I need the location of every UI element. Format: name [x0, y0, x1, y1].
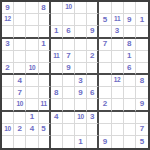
sudoku-cell-empty[interactable]	[124, 99, 136, 111]
sudoku-cell-given[interactable]: 8	[124, 39, 136, 51]
sudoku-cell-given[interactable]: 5	[136, 136, 148, 148]
sudoku-cell-empty[interactable]	[51, 136, 63, 148]
sudoku-cell-empty[interactable]	[63, 124, 75, 136]
sudoku-cell-empty[interactable]	[87, 99, 99, 111]
sudoku-cell-empty[interactable]	[14, 2, 26, 14]
sudoku-cell-given[interactable]: 4	[26, 124, 38, 136]
sudoku-cell-empty[interactable]	[124, 136, 136, 148]
sudoku-cell-empty[interactable]	[75, 14, 87, 26]
sudoku-cell-given[interactable]: 11	[112, 14, 124, 26]
sudoku-cell-given[interactable]: 9	[2, 2, 14, 14]
sudoku-cell-given[interactable]: 8	[39, 2, 51, 14]
sudoku-board: 9810125119116933178117212109643128789610…	[0, 0, 150, 150]
sudoku-cell-empty[interactable]	[136, 63, 148, 75]
sudoku-cell-empty[interactable]	[14, 26, 26, 38]
sudoku-cell-empty[interactable]	[124, 112, 136, 124]
sudoku-cell-empty[interactable]	[136, 2, 148, 14]
sudoku-cell-empty[interactable]	[2, 51, 14, 63]
sudoku-cell-empty[interactable]	[26, 87, 38, 99]
sudoku-cell-empty[interactable]	[26, 51, 38, 63]
sudoku-cell-given[interactable]: 10	[63, 2, 75, 14]
sudoku-cell-given[interactable]: 1	[136, 14, 148, 26]
sudoku-cell-empty[interactable]	[124, 87, 136, 99]
sudoku-cell-empty[interactable]	[112, 99, 124, 111]
sudoku-cell-given[interactable]: 10	[26, 63, 38, 75]
sudoku-cell-given[interactable]: 2	[87, 51, 99, 63]
sudoku-cell-empty[interactable]	[99, 124, 111, 136]
sudoku-cell-given[interactable]: 3	[112, 26, 124, 38]
sudoku-cell-given[interactable]: 7	[63, 51, 75, 63]
sudoku-cell-empty[interactable]	[26, 99, 38, 111]
sudoku-cell-empty[interactable]	[112, 39, 124, 51]
sudoku-cell-empty[interactable]	[87, 75, 99, 87]
sudoku-cell-empty[interactable]	[26, 39, 38, 51]
sudoku-cell-empty[interactable]	[112, 136, 124, 148]
sudoku-cell-given[interactable]: 2	[14, 124, 26, 136]
sudoku-cell-given[interactable]: 7	[99, 39, 111, 51]
sudoku-cell-empty[interactable]	[14, 63, 26, 75]
sudoku-cell-empty[interactable]	[99, 87, 111, 99]
sudoku-cell-given[interactable]: 1	[51, 26, 63, 38]
sudoku-cell-given[interactable]: 3	[87, 112, 99, 124]
sudoku-cell-empty[interactable]	[124, 124, 136, 136]
sudoku-cell-given[interactable]: 5	[39, 124, 51, 136]
sudoku-cell-empty[interactable]	[39, 63, 51, 75]
sudoku-cell-empty[interactable]	[99, 112, 111, 124]
sudoku-cell-empty[interactable]	[26, 14, 38, 26]
sudoku-cell-empty[interactable]	[87, 2, 99, 14]
sudoku-cell-empty[interactable]	[39, 51, 51, 63]
sudoku-cell-empty[interactable]	[75, 26, 87, 38]
sudoku-cell-given[interactable]: 7	[136, 124, 148, 136]
sudoku-cell-given[interactable]: 10	[14, 99, 26, 111]
sudoku-cell-empty[interactable]	[87, 124, 99, 136]
sudoku-cell-empty[interactable]	[26, 75, 38, 87]
sudoku-cell-empty[interactable]	[63, 136, 75, 148]
sudoku-cell-given[interactable]: 6	[124, 63, 136, 75]
sudoku-cell-given[interactable]: 8	[51, 87, 63, 99]
sudoku-cell-given[interactable]: 6	[87, 87, 99, 99]
sudoku-cell-empty[interactable]	[63, 39, 75, 51]
sudoku-cell-empty[interactable]	[75, 63, 87, 75]
sudoku-cell-empty[interactable]	[99, 63, 111, 75]
sudoku-cell-given[interactable]: 12	[112, 75, 124, 87]
sudoku-cell-empty[interactable]	[51, 39, 63, 51]
sudoku-cell-empty[interactable]	[136, 26, 148, 38]
sudoku-cell-empty[interactable]	[2, 112, 14, 124]
sudoku-cell-given[interactable]: 4	[51, 112, 63, 124]
sudoku-cell-empty[interactable]	[63, 112, 75, 124]
sudoku-cell-empty[interactable]	[87, 136, 99, 148]
sudoku-cell-given[interactable]: 9	[136, 99, 148, 111]
sudoku-cell-given[interactable]: 7	[14, 87, 26, 99]
sudoku-cell-empty[interactable]	[39, 136, 51, 148]
sudoku-cell-given[interactable]: 12	[2, 14, 14, 26]
sudoku-cell-empty[interactable]	[136, 112, 148, 124]
sudoku-cell-given[interactable]: 1	[26, 112, 38, 124]
sudoku-cell-empty[interactable]	[14, 51, 26, 63]
sudoku-cell-empty[interactable]	[2, 87, 14, 99]
sudoku-cell-empty[interactable]	[39, 14, 51, 26]
sudoku-cell-empty[interactable]	[2, 26, 14, 38]
sudoku-cell-empty[interactable]	[112, 2, 124, 14]
sudoku-cell-given[interactable]: 9	[99, 136, 111, 148]
sudoku-cell-empty[interactable]	[75, 51, 87, 63]
sudoku-cell-empty[interactable]	[112, 63, 124, 75]
sudoku-cell-empty[interactable]	[26, 26, 38, 38]
sudoku-cell-given[interactable]: 2	[2, 63, 14, 75]
sudoku-cell-empty[interactable]	[51, 63, 63, 75]
sudoku-cell-empty[interactable]	[14, 39, 26, 51]
sudoku-cell-given[interactable]: 6	[63, 26, 75, 38]
sudoku-cell-empty[interactable]	[112, 124, 124, 136]
sudoku-cell-empty[interactable]	[75, 39, 87, 51]
sudoku-cell-empty[interactable]	[51, 99, 63, 111]
sudoku-cell-empty[interactable]	[51, 2, 63, 14]
sudoku-cell-empty[interactable]	[39, 75, 51, 87]
sudoku-cell-empty[interactable]	[99, 26, 111, 38]
sudoku-cell-given[interactable]: 3	[75, 75, 87, 87]
sudoku-cell-empty[interactable]	[14, 112, 26, 124]
sudoku-cell-empty[interactable]	[136, 51, 148, 63]
sudoku-cell-empty[interactable]	[87, 14, 99, 26]
sudoku-cell-given[interactable]: 2	[99, 99, 111, 111]
sudoku-cell-empty[interactable]	[63, 87, 75, 99]
sudoku-cell-given[interactable]: 9	[124, 14, 136, 26]
sudoku-cell-empty[interactable]	[51, 75, 63, 87]
sudoku-cell-empty[interactable]	[99, 51, 111, 63]
sudoku-cell-given[interactable]: 10	[75, 112, 87, 124]
sudoku-cell-given[interactable]: 3	[2, 39, 14, 51]
sudoku-cell-empty[interactable]	[112, 87, 124, 99]
sudoku-cell-empty[interactable]	[2, 75, 14, 87]
sudoku-cell-empty[interactable]	[87, 63, 99, 75]
sudoku-cell-empty[interactable]	[75, 99, 87, 111]
sudoku-cell-empty[interactable]	[26, 2, 38, 14]
sudoku-cell-empty[interactable]	[112, 51, 124, 63]
sudoku-cell-empty[interactable]	[14, 136, 26, 148]
sudoku-cell-empty[interactable]	[39, 112, 51, 124]
sudoku-cell-given[interactable]: 9	[63, 63, 75, 75]
sudoku-cell-empty[interactable]	[136, 87, 148, 99]
sudoku-cell-empty[interactable]	[51, 14, 63, 26]
sudoku-cell-given[interactable]: 10	[2, 124, 14, 136]
sudoku-cell-empty[interactable]	[75, 124, 87, 136]
sudoku-cell-given[interactable]: 8	[136, 75, 148, 87]
sudoku-cell-empty[interactable]	[63, 75, 75, 87]
sudoku-cell-given[interactable]: 9	[75, 87, 87, 99]
sudoku-cell-empty[interactable]	[39, 87, 51, 99]
sudoku-cell-empty[interactable]	[99, 75, 111, 87]
sudoku-cell-given[interactable]: 4	[14, 75, 26, 87]
sudoku-cell-given[interactable]: 5	[99, 14, 111, 26]
sudoku-cell-empty[interactable]	[14, 14, 26, 26]
sudoku-cell-given[interactable]: 9	[87, 26, 99, 38]
sudoku-cell-empty[interactable]	[26, 136, 38, 148]
sudoku-cell-empty[interactable]	[2, 136, 14, 148]
sudoku-cell-empty[interactable]	[63, 14, 75, 26]
sudoku-cell-empty[interactable]	[136, 39, 148, 51]
sudoku-cell-given[interactable]: 1	[75, 136, 87, 148]
sudoku-cell-given[interactable]: 11	[39, 99, 51, 111]
sudoku-cell-empty[interactable]	[124, 26, 136, 38]
sudoku-cell-empty[interactable]	[87, 39, 99, 51]
sudoku-cell-empty[interactable]	[63, 99, 75, 111]
sudoku-cell-empty[interactable]	[75, 2, 87, 14]
sudoku-cell-empty[interactable]	[2, 99, 14, 111]
sudoku-cell-empty[interactable]	[124, 75, 136, 87]
sudoku-cell-empty[interactable]	[124, 2, 136, 14]
sudoku-cell-empty[interactable]	[99, 2, 111, 14]
sudoku-cell-given[interactable]: 11	[51, 51, 63, 63]
sudoku-cell-empty[interactable]	[112, 112, 124, 124]
sudoku-cell-empty[interactable]	[51, 124, 63, 136]
sudoku-cell-given[interactable]: 1	[124, 51, 136, 63]
sudoku-cell-empty[interactable]	[39, 26, 51, 38]
sudoku-cell-given[interactable]: 1	[39, 39, 51, 51]
